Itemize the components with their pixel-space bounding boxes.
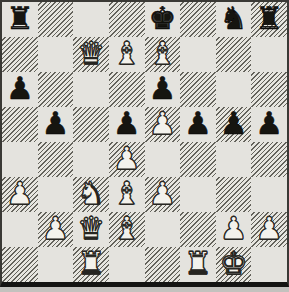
- square-h6: [251, 72, 287, 107]
- square-d1: [109, 247, 145, 282]
- square-b3: [38, 177, 74, 212]
- piece-white-pawn: ♟: [255, 213, 283, 244]
- square-a2: [2, 212, 38, 247]
- piece-white-pawn: ♟: [6, 178, 34, 209]
- square-g6: [216, 72, 252, 107]
- square-d8: [109, 2, 145, 37]
- square-e5: ♟: [145, 107, 181, 142]
- square-g2: ♟: [216, 212, 252, 247]
- square-d6: [109, 72, 145, 107]
- square-c6: [73, 72, 109, 107]
- square-e7: ♝: [145, 37, 181, 72]
- piece-black-king: ♚: [148, 3, 176, 34]
- piece-white-pawn: ♟: [113, 143, 141, 174]
- piece-black-pawn: ♟: [255, 108, 283, 139]
- square-b6: [38, 72, 74, 107]
- square-h1: [251, 247, 287, 282]
- square-c4: [73, 142, 109, 177]
- square-f3: [180, 177, 216, 212]
- piece-white-bishop: ♝: [148, 38, 176, 69]
- square-a3: ♟: [2, 177, 38, 212]
- piece-white-queen: ♛: [77, 213, 105, 244]
- square-e6: ♟: [145, 72, 181, 107]
- square-a1: [2, 247, 38, 282]
- square-e8: ♚: [145, 2, 181, 37]
- square-g4: [216, 142, 252, 177]
- piece-black-knight: ♞: [220, 3, 248, 34]
- piece-black-pawn: ♟: [6, 73, 34, 104]
- square-e4: [145, 142, 181, 177]
- square-b4: [38, 142, 74, 177]
- square-b7: [38, 37, 74, 72]
- square-g5: ♟: [216, 107, 252, 142]
- piece-white-pawn: ♟: [220, 213, 248, 244]
- piece-white-king: ♚: [220, 248, 248, 279]
- square-c2: ♛: [73, 212, 109, 247]
- square-g8: ♞: [216, 2, 252, 37]
- piece-black-rook: ♜: [6, 3, 34, 34]
- chess-board: ♜♚♞♜♛♝♝♟♟♟♟♟♟♟♟♟♟♞♝♟♟♛♝♟♟♜♜♚: [0, 0, 289, 287]
- square-c3: ♞: [73, 177, 109, 212]
- square-c8: [73, 2, 109, 37]
- piece-black-pawn: ♟: [220, 108, 248, 139]
- piece-black-pawn: ♟: [42, 108, 70, 139]
- square-f4: [180, 142, 216, 177]
- square-g3: [216, 177, 252, 212]
- square-h2: ♟: [251, 212, 287, 247]
- square-b1: [38, 247, 74, 282]
- square-a4: [2, 142, 38, 177]
- square-h8: ♜: [251, 2, 287, 37]
- square-d4: ♟: [109, 142, 145, 177]
- square-f2: [180, 212, 216, 247]
- square-h4: [251, 142, 287, 177]
- square-d2: ♝: [109, 212, 145, 247]
- square-f5: ♟: [180, 107, 216, 142]
- piece-white-knight: ♞: [77, 178, 105, 209]
- square-c7: ♛: [73, 37, 109, 72]
- square-f8: [180, 2, 216, 37]
- chess-diagram: ♜♚♞♜♛♝♝♟♟♟♟♟♟♟♟♟♟♞♝♟♟♛♝♟♟♜♜♚: [0, 0, 289, 292]
- piece-black-rook: ♜: [255, 3, 283, 34]
- square-f6: [180, 72, 216, 107]
- square-h3: [251, 177, 287, 212]
- piece-white-queen: ♛: [77, 38, 105, 69]
- square-a6: ♟: [2, 72, 38, 107]
- square-a5: [2, 107, 38, 142]
- square-f1: ♜: [180, 247, 216, 282]
- square-d5: ♟: [109, 107, 145, 142]
- piece-white-pawn: ♟: [42, 213, 70, 244]
- square-b2: ♟: [38, 212, 74, 247]
- square-a7: [2, 37, 38, 72]
- piece-black-pawn: ♟: [148, 73, 176, 104]
- square-h7: [251, 37, 287, 72]
- square-e1: [145, 247, 181, 282]
- square-e3: ♟: [145, 177, 181, 212]
- piece-white-pawn: ♟: [148, 108, 176, 139]
- piece-white-pawn: ♟: [148, 178, 176, 209]
- square-d7: ♝: [109, 37, 145, 72]
- piece-white-bishop: ♝: [113, 38, 141, 69]
- piece-white-bishop: ♝: [113, 178, 141, 209]
- square-h5: ♟: [251, 107, 287, 142]
- piece-black-pawn: ♟: [113, 108, 141, 139]
- square-b5: ♟: [38, 107, 74, 142]
- square-c5: [73, 107, 109, 142]
- piece-white-bishop: ♝: [113, 213, 141, 244]
- piece-black-pawn: ♟: [184, 108, 212, 139]
- square-f7: [180, 37, 216, 72]
- square-g7: [216, 37, 252, 72]
- square-d3: ♝: [109, 177, 145, 212]
- piece-white-rook: ♜: [77, 248, 105, 279]
- square-g1: ♚: [216, 247, 252, 282]
- square-a8: ♜: [2, 2, 38, 37]
- paper-margin: [0, 287, 289, 292]
- square-c1: ♜: [73, 247, 109, 282]
- piece-white-rook: ♜: [184, 248, 212, 279]
- square-b8: [38, 2, 74, 37]
- square-e2: [145, 212, 181, 247]
